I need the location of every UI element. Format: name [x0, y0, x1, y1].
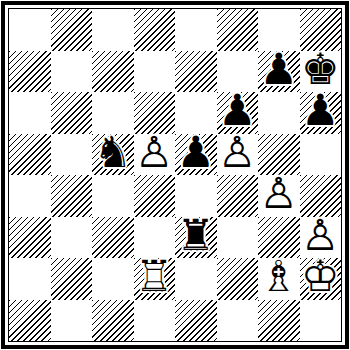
square-a5[interactable]	[9, 134, 51, 176]
square-b8[interactable]	[51, 9, 93, 51]
square-h6[interactable]: ♟♟	[300, 92, 342, 134]
square-f3[interactable]	[217, 217, 259, 259]
piece-black-pawn: ♟♟	[258, 51, 300, 93]
square-d4[interactable]	[134, 175, 176, 217]
square-e8[interactable]	[175, 9, 217, 51]
square-e4[interactable]	[175, 175, 217, 217]
piece-black-knight: ♞♞	[92, 134, 134, 176]
square-g1[interactable]	[258, 300, 300, 342]
square-a8[interactable]	[9, 9, 51, 51]
piece-white-king: ♚♔	[300, 258, 342, 300]
square-c5[interactable]: ♞♞	[92, 134, 134, 176]
square-h4[interactable]	[300, 175, 342, 217]
square-g3[interactable]	[258, 217, 300, 259]
square-f2[interactable]	[217, 258, 259, 300]
square-e7[interactable]	[175, 51, 217, 93]
square-e3[interactable]: ♜♜	[175, 217, 217, 259]
square-b6[interactable]	[51, 92, 93, 134]
square-h2[interactable]: ♚♔	[300, 258, 342, 300]
square-d8[interactable]	[134, 9, 176, 51]
square-h3[interactable]: ♟♙	[300, 217, 342, 259]
square-g6[interactable]	[258, 92, 300, 134]
square-f1[interactable]	[217, 300, 259, 342]
square-a4[interactable]	[9, 175, 51, 217]
piece-black-pawn: ♟♟	[217, 92, 259, 134]
square-c4[interactable]	[92, 175, 134, 217]
square-b7[interactable]	[51, 51, 93, 93]
square-h7[interactable]: ♚♚	[300, 51, 342, 93]
board-frame: ♟♟♚♚♟♟♟♟♞♞♟♙♟♟♟♙♟♙♜♜♟♙♜♖♝♗♚♔	[1, 1, 349, 349]
square-g7[interactable]: ♟♟	[258, 51, 300, 93]
square-g8[interactable]	[258, 9, 300, 51]
square-b1[interactable]	[51, 300, 93, 342]
square-c1[interactable]	[92, 300, 134, 342]
board: ♟♟♚♚♟♟♟♟♞♞♟♙♟♟♟♙♟♙♜♜♟♙♜♖♝♗♚♔	[9, 9, 341, 341]
piece-white-pawn: ♟♙	[300, 217, 342, 259]
square-d3[interactable]	[134, 217, 176, 259]
square-f4[interactable]	[217, 175, 259, 217]
board-inner-border: ♟♟♚♚♟♟♟♟♞♞♟♙♟♟♟♙♟♙♜♜♟♙♜♖♝♗♚♔	[8, 8, 342, 342]
piece-black-king: ♚♚	[300, 51, 342, 93]
square-e5[interactable]: ♟♟	[175, 134, 217, 176]
square-h1[interactable]	[300, 300, 342, 342]
square-a6[interactable]	[9, 92, 51, 134]
square-c2[interactable]	[92, 258, 134, 300]
square-h5[interactable]	[300, 134, 342, 176]
square-f5[interactable]: ♟♙	[217, 134, 259, 176]
chess-diagram: ♟♟♚♚♟♟♟♟♞♞♟♙♟♟♟♙♟♙♜♜♟♙♜♖♝♗♚♔	[0, 1, 350, 350]
square-e2[interactable]	[175, 258, 217, 300]
piece-white-bishop: ♝♗	[258, 258, 300, 300]
square-f7[interactable]	[217, 51, 259, 93]
piece-white-pawn: ♟♙	[134, 134, 176, 176]
piece-white-pawn: ♟♙	[258, 175, 300, 217]
piece-black-pawn: ♟♟	[300, 92, 342, 134]
square-g2[interactable]: ♝♗	[258, 258, 300, 300]
square-c3[interactable]	[92, 217, 134, 259]
piece-black-rook: ♜♜	[175, 217, 217, 259]
square-a2[interactable]	[9, 258, 51, 300]
square-h8[interactable]	[300, 9, 342, 51]
square-d2[interactable]: ♜♖	[134, 258, 176, 300]
square-b3[interactable]	[51, 217, 93, 259]
square-d7[interactable]	[134, 51, 176, 93]
square-a1[interactable]	[9, 300, 51, 342]
square-c8[interactable]	[92, 9, 134, 51]
piece-black-pawn: ♟♟	[175, 134, 217, 176]
square-e1[interactable]	[175, 300, 217, 342]
square-f6[interactable]: ♟♟	[217, 92, 259, 134]
square-a7[interactable]	[9, 51, 51, 93]
square-e6[interactable]	[175, 92, 217, 134]
square-d6[interactable]	[134, 92, 176, 134]
piece-white-pawn: ♟♙	[217, 134, 259, 176]
square-c7[interactable]	[92, 51, 134, 93]
square-d1[interactable]	[134, 300, 176, 342]
square-c6[interactable]	[92, 92, 134, 134]
square-b4[interactable]	[51, 175, 93, 217]
square-g5[interactable]	[258, 134, 300, 176]
square-a3[interactable]	[9, 217, 51, 259]
piece-white-rook: ♜♖	[134, 258, 176, 300]
square-b2[interactable]	[51, 258, 93, 300]
square-f8[interactable]	[217, 9, 259, 51]
square-b5[interactable]	[51, 134, 93, 176]
square-d5[interactable]: ♟♙	[134, 134, 176, 176]
square-g4[interactable]: ♟♙	[258, 175, 300, 217]
